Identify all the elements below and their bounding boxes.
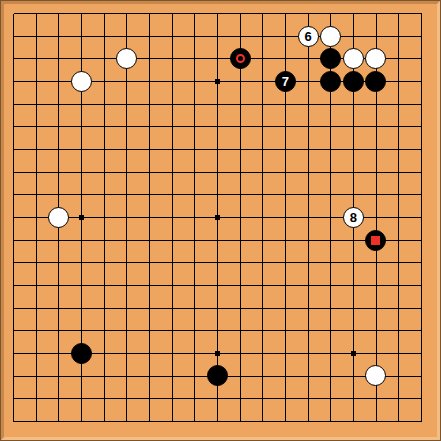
stone-white-R17	[365, 48, 386, 69]
stone-black-R9	[365, 230, 386, 251]
stone-white-Q17	[343, 48, 364, 69]
stone-black-D4	[71, 343, 92, 364]
go-board: 678	[0, 0, 441, 441]
stone-black-L17	[230, 48, 251, 69]
stone-white-R3	[365, 365, 386, 386]
move-number-8: 8	[350, 211, 357, 224]
stone-white-D16	[71, 71, 92, 92]
stone-black-Q16	[343, 71, 364, 92]
stone-black-P16	[320, 71, 341, 92]
stone-white-Q10: 8	[343, 207, 364, 228]
stone-black-N16: 7	[275, 71, 296, 92]
stone-white-O18: 6	[298, 26, 319, 47]
stone-black-K3	[207, 365, 228, 386]
stone-black-R16	[365, 71, 386, 92]
move-number-7: 7	[282, 75, 289, 88]
stone-black-P17	[320, 48, 341, 69]
stone-white-C10	[48, 207, 69, 228]
move-number-6: 6	[304, 30, 311, 43]
stone-white-P18	[320, 26, 341, 47]
stones-layer: 678	[2, 2, 432, 432]
stone-white-F17	[116, 48, 137, 69]
circle-marker	[236, 54, 245, 63]
square-marker	[371, 236, 380, 245]
